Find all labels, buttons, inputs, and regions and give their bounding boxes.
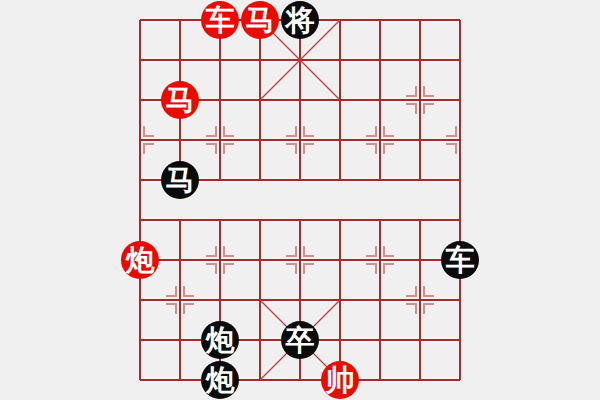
piece-red-cannon[interactable]: 炮 xyxy=(121,241,159,279)
xiangqi-board: 车马将马马炮车炮卒炮帅 xyxy=(0,0,600,400)
piece-red-general[interactable]: 帅 xyxy=(321,361,359,399)
piece-black-general[interactable]: 将 xyxy=(281,1,319,39)
piece-black-chariot[interactable]: 车 xyxy=(441,241,479,279)
piece-red-horse-a[interactable]: 马 xyxy=(241,1,279,39)
piece-red-horse-b[interactable]: 马 xyxy=(161,81,199,119)
piece-black-cannon-b[interactable]: 炮 xyxy=(201,361,239,399)
piece-black-cannon-a[interactable]: 炮 xyxy=(201,321,239,359)
piece-black-soldier[interactable]: 卒 xyxy=(281,321,319,359)
piece-red-chariot[interactable]: 车 xyxy=(201,1,239,39)
piece-black-horse[interactable]: 马 xyxy=(161,161,199,199)
pieces-layer: 车马将马马炮车炮卒炮帅 xyxy=(0,0,600,400)
